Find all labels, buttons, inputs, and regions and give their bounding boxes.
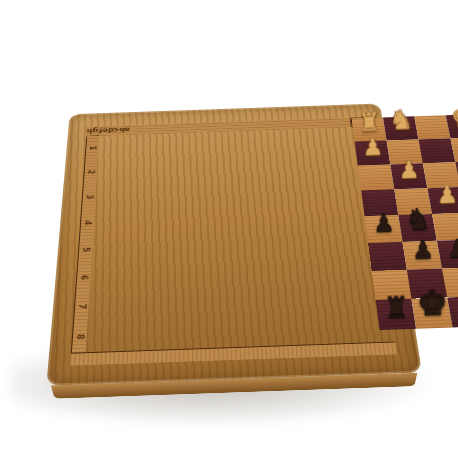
square-g8[interactable]: ♚ [411,298,452,329]
black-pawn-g6[interactable]: ♟ [405,237,441,263]
square-h8[interactable]: ♜ [376,299,416,330]
board-frame: hgfedcba ♜♞♚♛♝♜♟♟♟♟♟♝♟♟♟♞♞♟♟♞♟♟♟♟♟♜♚♝♛♜ … [46,104,422,386]
chess-board: ♜♞♚♛♝♜♟♟♟♟♟♝♟♟♟♞♞♟♟♞♟♟♟♟♟♜♚♝♛♜ [351,118,365,128]
square-h5[interactable]: ♟ [365,215,403,243]
white-king-e1[interactable]: ♚ [448,100,458,132]
rank-label-7: 7 [64,301,100,314]
white-rook-h1[interactable]: ♜ [353,109,386,135]
white-pawn-e2[interactable]: ♟ [453,132,458,156]
photo-background: hgfedcba ♜♞♚♛♝♜♟♟♟♟♟♝♟♟♟♞♞♟♟♞♟♟♟♟♟♜♚♝♛♜ … [0,0,458,458]
black-king-g8[interactable]: ♚ [414,285,452,321]
rank-label-6: 6 [66,272,102,284]
board-frame-front-edge [51,373,418,399]
rank-label-4: 4 [70,217,104,228]
board-tilt: hgfedcba ♜♞♚♛♝♜♟♟♟♟♟♝♟♟♟♞♞♟♟♞♟♟♟♟♟♜♚♝♛♜ … [46,104,422,386]
square-g6[interactable]: ♟ [403,241,442,270]
rank-label-2: 2 [74,167,107,177]
square-h3[interactable] [358,165,394,191]
left-border-strip [99,118,352,136]
rank-labels-strip: 12345678 [71,136,99,353]
white-knight-g1[interactable]: ♞ [385,106,418,134]
rank-label-8: 8 [61,331,98,344]
black-rook-h8[interactable]: ♜ [378,292,415,322]
white-pawn-g3[interactable]: ♟ [392,159,426,183]
square-h6[interactable] [368,242,407,271]
black-knight-g5[interactable]: ♞ [400,205,435,235]
square-f1[interactable] [414,115,450,139]
board-inner: hgfedcba ♜♞♚♛♝♜♟♟♟♟♟♝♟♟♟♞♞♟♟♞♟♟♟♟♟♜♚♝♛♜ … [70,118,397,366]
chess-set-photo: hgfedcba ♜♞♚♛♝♜♟♟♟♟♟♝♟♟♟♞♞♟♟♞♟♟♟♟♟♜♚♝♛♜ … [53,56,405,408]
rank-label-1: 1 [76,143,108,153]
file-labels-strip: hgfedcba [86,127,100,137]
square-g3[interactable]: ♟ [390,163,427,189]
rank-label-5: 5 [68,244,103,256]
near-border-strip [70,342,397,366]
black-pawn-f6[interactable]: ♟ [440,235,458,261]
black-pawn-h5[interactable]: ♟ [366,211,401,236]
rank-label-3: 3 [72,192,106,203]
square-h2[interactable]: ♟ [355,141,391,166]
file-label-a: a [124,126,130,135]
black-bishop-f8[interactable]: ♝ [450,286,458,319]
white-pawn-h2[interactable]: ♟ [356,135,389,159]
